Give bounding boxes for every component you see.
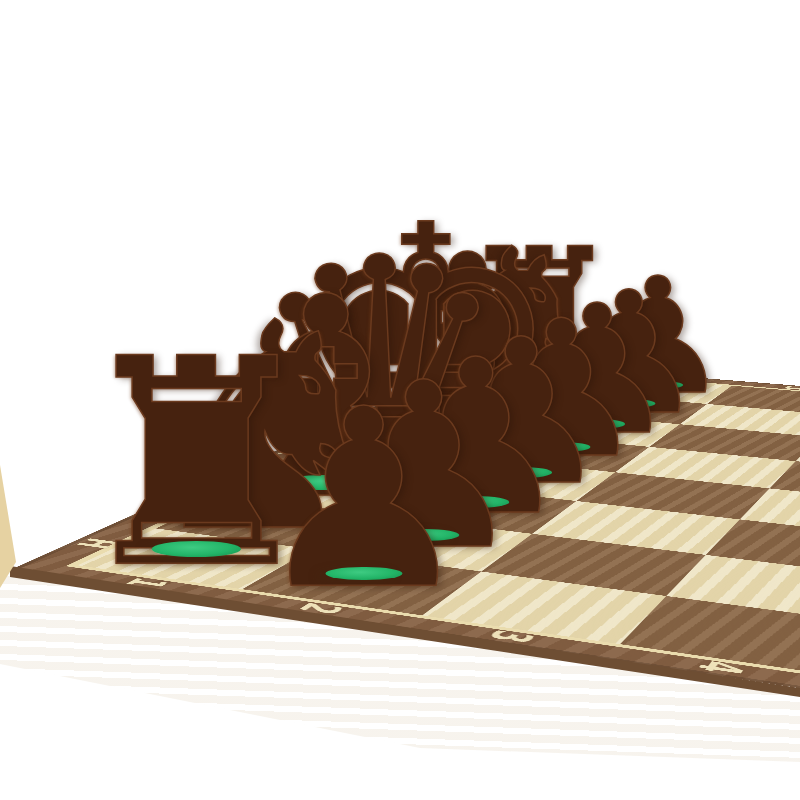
piece-h2-pawn[interactable]: ♟ xyxy=(253,401,474,580)
green-felt-base xyxy=(326,567,402,581)
chess-set-photo: ABCDEFGHABCDEFGH1234567812345678 ♜♞♝♚♛♝♞… xyxy=(0,0,800,800)
pieces-layer: ♜♞♝♚♛♝♞♜♟♟♟♟♟♟♟♟ xyxy=(0,0,800,800)
